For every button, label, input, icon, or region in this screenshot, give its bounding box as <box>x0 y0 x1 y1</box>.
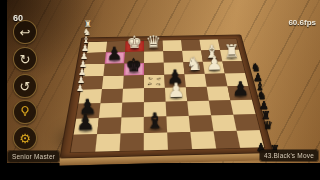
chess-app-screen: ♚♛♟♝♜♚♞♟↻↻↻↻♟♟♟♟♟♝ ♜♞♝♟♟♟♟♟♟♞♟♝♞♟♜♛♟♜ 60… <box>0 0 320 180</box>
redo-icon: ↻ <box>20 53 31 66</box>
black-pawn: ♟ <box>104 45 124 63</box>
black-bishop: ♝ <box>143 110 167 132</box>
square-b6[interactable] <box>103 63 124 76</box>
square-b2[interactable] <box>97 118 121 135</box>
board-scene: ♚♛♟♝♜♚♞♟↻↻↻↻♟♟♟♟♟♝ <box>72 0 262 180</box>
square-c2[interactable] <box>121 117 144 134</box>
square-e1[interactable] <box>167 132 192 150</box>
square-f5[interactable] <box>185 74 207 87</box>
square-g6[interactable]: ♟ <box>203 61 225 74</box>
square-b1[interactable] <box>95 134 120 152</box>
board-front-edge <box>59 152 273 166</box>
square-g1[interactable] <box>214 131 241 149</box>
square-h4[interactable]: ♟ <box>227 86 251 100</box>
square-f6[interactable]: ♞ <box>183 62 204 75</box>
black-king: ♚ <box>123 56 144 75</box>
settings-icon: ⚙ <box>19 132 31 145</box>
square-a2[interactable]: ♟ <box>74 118 99 135</box>
square-c1[interactable] <box>120 133 144 151</box>
square-e4[interactable]: ♟ <box>165 87 187 101</box>
square-d6[interactable] <box>144 63 164 76</box>
board-frame: ♚♛♟♝♜♚♞♟↻↻↻↻♟♟♟♟♟♝ <box>59 35 273 159</box>
redo-button[interactable]: ↻ <box>13 47 37 71</box>
fps-counter: 60.6fps <box>288 18 316 27</box>
square-c5[interactable] <box>123 75 144 88</box>
square-h3[interactable] <box>230 100 255 115</box>
square-f4[interactable] <box>186 87 209 101</box>
white-knight: ♞ <box>184 54 205 73</box>
square-c4[interactable] <box>122 88 144 102</box>
square-d2[interactable]: ♝ <box>144 116 167 133</box>
square-e2[interactable] <box>166 116 190 133</box>
square-d8[interactable]: ♛ <box>144 40 163 51</box>
black-pawn: ♟ <box>230 79 252 99</box>
captured-black-queen: ♛ <box>263 120 273 131</box>
square-c6[interactable]: ♚ <box>124 63 144 76</box>
white-pawn: ♟ <box>204 54 224 73</box>
settings-button[interactable]: ⚙ <box>13 126 37 150</box>
black-pawn: ♟ <box>73 112 97 134</box>
engine-thinking-icon: ↻↻↻↻ <box>144 75 165 88</box>
square-d7[interactable] <box>144 51 164 63</box>
square-c8[interactable]: ♚ <box>125 41 144 52</box>
square-c3[interactable] <box>121 102 144 117</box>
square-e7[interactable] <box>163 51 183 63</box>
square-d5[interactable]: ↻↻↻↻ <box>144 75 165 88</box>
square-f2[interactable] <box>189 115 214 131</box>
square-h6[interactable] <box>222 61 245 73</box>
square-f8[interactable] <box>181 40 201 51</box>
white-queen: ♛ <box>144 33 163 51</box>
captured-white-pawn: ♟ <box>76 84 84 93</box>
square-g3[interactable] <box>209 100 234 115</box>
move-status-badge: 43.Black's Move <box>260 150 318 161</box>
square-e3[interactable] <box>166 101 189 116</box>
square-a1[interactable] <box>71 134 97 152</box>
square-b5[interactable] <box>102 76 124 90</box>
rotate-icon: ↺ <box>20 80 31 93</box>
square-b3[interactable] <box>99 103 122 118</box>
undo-button[interactable]: ↩ <box>13 20 37 44</box>
square-h2[interactable] <box>233 114 259 130</box>
square-f3[interactable] <box>187 101 211 116</box>
square-f1[interactable] <box>190 131 216 149</box>
white-rook: ♜ <box>222 42 242 60</box>
square-g4[interactable] <box>207 86 231 100</box>
square-b4[interactable] <box>100 89 123 103</box>
hint-button[interactable] <box>13 100 37 124</box>
white-pawn: ♟ <box>165 80 187 100</box>
square-d1[interactable] <box>144 132 168 150</box>
square-e8[interactable] <box>163 40 183 51</box>
square-g2[interactable] <box>211 115 237 131</box>
hint-icon <box>19 105 31 119</box>
chess-board[interactable]: ♚♛♟♝♜♚♞♟↻↻↻↻♟♟♟♟♟♝ <box>70 38 266 153</box>
undo-icon: ↩ <box>20 26 31 39</box>
difficulty-badge: Senior Master <box>8 151 59 162</box>
rotate-button[interactable]: ↺ <box>13 74 37 98</box>
square-b7[interactable]: ♟ <box>105 52 125 64</box>
square-g5[interactable] <box>205 73 228 86</box>
square-d4[interactable] <box>144 88 166 102</box>
white-king: ♚ <box>125 33 144 51</box>
